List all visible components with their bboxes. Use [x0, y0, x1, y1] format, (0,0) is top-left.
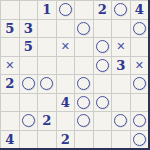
- clue-number: 3: [116, 59, 125, 72]
- cell-r8c6[interactable]: [93, 130, 112, 149]
- cell-r4c5[interactable]: [74, 56, 93, 75]
- clue-number: 2: [61, 133, 70, 146]
- cell-r6c2[interactable]: [19, 93, 38, 112]
- cell-r8c3[interactable]: [37, 130, 56, 149]
- clue-number: 4: [61, 96, 70, 109]
- clue-number: 5: [5, 22, 14, 35]
- circle-mark-icon: [133, 22, 146, 35]
- clue-number: 3: [24, 22, 33, 35]
- clue-number: 2: [5, 77, 14, 90]
- cell-r7c5[interactable]: [74, 111, 93, 130]
- cell-r2c3[interactable]: [37, 19, 56, 38]
- cell-r7c3[interactable]: 2: [37, 111, 56, 130]
- cell-r3c8[interactable]: [130, 37, 149, 56]
- puzzle-board: 124535✕✕✕3✕24242: [0, 0, 150, 150]
- cell-r7c2[interactable]: [19, 111, 38, 130]
- cell-r3c3[interactable]: [37, 37, 56, 56]
- cell-r8c2[interactable]: [19, 130, 38, 149]
- cell-r3c1[interactable]: [0, 37, 19, 56]
- cell-r5c3[interactable]: [37, 74, 56, 93]
- cell-r6c3[interactable]: [37, 93, 56, 112]
- circle-mark-icon: [133, 133, 146, 146]
- cell-r7c6[interactable]: [93, 111, 112, 130]
- cell-r4c8[interactable]: ✕: [130, 56, 149, 75]
- cell-r7c1[interactable]: [0, 111, 19, 130]
- cell-r1c4[interactable]: [56, 0, 75, 19]
- cell-r2c6[interactable]: [93, 19, 112, 38]
- cell-r1c5[interactable]: [74, 0, 93, 19]
- cell-r7c7[interactable]: [111, 111, 130, 130]
- cell-r4c1[interactable]: ✕: [0, 56, 19, 75]
- circle-mark-icon: [22, 114, 35, 127]
- cell-r3c7[interactable]: ✕: [111, 37, 130, 56]
- cell-r4c4[interactable]: [56, 56, 75, 75]
- clue-number: 1: [42, 3, 51, 16]
- cell-r2c2[interactable]: 3: [19, 19, 38, 38]
- circle-mark-icon: [77, 96, 90, 109]
- cell-r6c4[interactable]: 4: [56, 93, 75, 112]
- cell-r5c8[interactable]: [130, 74, 149, 93]
- cell-r4c6[interactable]: [93, 56, 112, 75]
- cell-r8c7[interactable]: [111, 130, 130, 149]
- cell-r5c5[interactable]: [74, 74, 93, 93]
- cell-r2c7[interactable]: [111, 19, 130, 38]
- cross-mark-icon: ✕: [61, 41, 70, 52]
- cell-r3c2[interactable]: 5: [19, 37, 38, 56]
- cell-r6c1[interactable]: [0, 93, 19, 112]
- cell-r8c5[interactable]: [74, 130, 93, 149]
- circle-mark-icon: [22, 77, 35, 90]
- circle-mark-icon: [77, 114, 90, 127]
- cell-r1c8[interactable]: 4: [130, 0, 149, 19]
- cell-r2c4[interactable]: [56, 19, 75, 38]
- circle-mark-icon: [114, 3, 127, 16]
- cell-r3c4[interactable]: ✕: [56, 37, 75, 56]
- clue-number: 2: [42, 114, 51, 127]
- cell-r8c4[interactable]: 2: [56, 130, 75, 149]
- cell-r1c1[interactable]: [0, 0, 19, 19]
- cell-r5c6[interactable]: [93, 74, 112, 93]
- circle-mark-icon: [96, 96, 109, 109]
- cell-r6c6[interactable]: [93, 93, 112, 112]
- cell-r8c1[interactable]: 4: [0, 130, 19, 149]
- circle-mark-icon: [77, 77, 90, 90]
- cross-mark-icon: ✕: [5, 60, 14, 71]
- cell-r1c3[interactable]: 1: [37, 0, 56, 19]
- cell-r7c4[interactable]: [56, 111, 75, 130]
- circle-mark-icon: [40, 77, 53, 90]
- circle-mark-icon: [96, 59, 109, 72]
- cell-r6c7[interactable]: [111, 93, 130, 112]
- clue-number: 5: [24, 40, 33, 53]
- clue-number: 4: [135, 3, 144, 16]
- cell-r6c8[interactable]: [130, 93, 149, 112]
- cell-r8c8[interactable]: [130, 130, 149, 149]
- cell-r5c1[interactable]: 2: [0, 74, 19, 93]
- cell-r1c6[interactable]: 2: [93, 0, 112, 19]
- cell-r2c5[interactable]: [74, 19, 93, 38]
- circle-mark-icon: [133, 77, 146, 90]
- clue-number: 4: [5, 133, 14, 146]
- cell-r5c4[interactable]: [56, 74, 75, 93]
- cell-r4c2[interactable]: [19, 56, 38, 75]
- cross-mark-icon: ✕: [135, 60, 144, 71]
- circle-mark-icon: [96, 40, 109, 53]
- circle-mark-icon: [59, 3, 72, 16]
- cross-mark-icon: ✕: [116, 41, 125, 52]
- cell-r5c7[interactable]: [111, 74, 130, 93]
- cell-r7c8[interactable]: [130, 111, 149, 130]
- cell-r2c1[interactable]: 5: [0, 19, 19, 38]
- cell-r4c3[interactable]: [37, 56, 56, 75]
- clue-number: 2: [98, 3, 107, 16]
- circle-mark-icon: [77, 22, 90, 35]
- cell-r2c8[interactable]: [130, 19, 149, 38]
- cell-r3c5[interactable]: [74, 37, 93, 56]
- circle-mark-icon: [133, 114, 146, 127]
- circle-mark-icon: [114, 114, 127, 127]
- cell-r6c5[interactable]: [74, 93, 93, 112]
- cell-r5c2[interactable]: [19, 74, 38, 93]
- cell-r3c6[interactable]: [93, 37, 112, 56]
- cell-r1c7[interactable]: [111, 0, 130, 19]
- cell-r4c7[interactable]: 3: [111, 56, 130, 75]
- cell-r1c2[interactable]: [19, 0, 38, 19]
